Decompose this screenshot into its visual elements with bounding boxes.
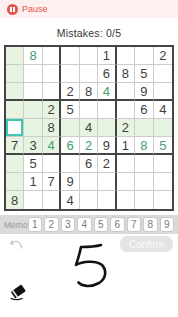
memo-digit-button-6[interactable]: 6 — [110, 217, 125, 232]
memo-digit-button-2[interactable]: 2 — [44, 217, 59, 232]
sudoku-cell-r5c4[interactable] — [61, 119, 79, 137]
sudoku-cell-r4c3[interactable]: 2 — [43, 101, 61, 119]
top-bar: Pause — [0, 0, 178, 18]
sudoku-cell-r3c1[interactable] — [6, 83, 24, 101]
sudoku-cell-r7c5[interactable]: 6 — [80, 155, 98, 173]
sudoku-cell-r9c4[interactable]: 4 — [61, 191, 79, 209]
sudoku-cell-r5c1[interactable] — [6, 119, 24, 137]
mistakes-counter: Mistakes: 0/5 — [0, 27, 178, 39]
sudoku-cell-r5c6[interactable] — [98, 119, 116, 137]
memo-digit-button-8[interactable]: 8 — [143, 217, 158, 232]
sudoku-cell-r3c8[interactable]: 9 — [135, 83, 153, 101]
sudoku-cell-r4c8[interactable]: 6 — [135, 101, 153, 119]
sudoku-cell-r4c5[interactable] — [80, 101, 98, 119]
sudoku-cell-r6c2[interactable]: 3 — [24, 137, 42, 155]
sudoku-cell-r8c6[interactable] — [98, 173, 116, 191]
memo-toggle[interactable]: Memo — [4, 220, 28, 230]
sudoku-cell-r2c6[interactable]: 6 — [98, 65, 116, 83]
sudoku-cell-r8c2[interactable]: 1 — [24, 173, 42, 191]
sudoku-cell-r8c7[interactable] — [117, 173, 135, 191]
pause-button-label[interactable]: Pause — [22, 4, 48, 14]
sudoku-cell-r9c1[interactable]: 8 — [6, 191, 24, 209]
sudoku-cell-r7c1[interactable] — [6, 155, 24, 173]
sudoku-cell-r2c4[interactable] — [61, 65, 79, 83]
sudoku-cell-r2c2[interactable] — [24, 65, 42, 83]
sudoku-cell-r3c6[interactable]: 4 — [98, 83, 116, 101]
sudoku-cell-r7c7[interactable] — [117, 155, 135, 173]
sudoku-cell-r1c4[interactable] — [61, 47, 79, 65]
handwriting-panel[interactable]: Confirm — [0, 234, 178, 310]
sudoku-cell-r8c5[interactable] — [80, 173, 98, 191]
sudoku-cell-r6c7[interactable]: 1 — [117, 137, 135, 155]
sudoku-cell-r4c4[interactable]: 5 — [61, 101, 79, 119]
sudoku-cell-r9c3[interactable] — [43, 191, 61, 209]
sudoku-cell-r3c2[interactable] — [24, 83, 42, 101]
sudoku-cell-r6c9[interactable]: 5 — [154, 137, 172, 155]
sudoku-cell-r2c5[interactable] — [80, 65, 98, 83]
sudoku-cell-r8c1[interactable] — [6, 173, 24, 191]
sudoku-cell-r8c4[interactable]: 9 — [61, 173, 79, 191]
sudoku-cell-r1c2[interactable]: 8 — [24, 47, 42, 65]
sudoku-cell-r5c5[interactable]: 4 — [80, 119, 98, 137]
sudoku-cell-r7c6[interactable]: 2 — [98, 155, 116, 173]
pause-icon[interactable] — [7, 4, 18, 15]
sudoku-cell-r5c3[interactable]: 8 — [43, 119, 61, 137]
sudoku-cell-r8c9[interactable] — [154, 173, 172, 191]
memo-digit-button-4[interactable]: 4 — [77, 217, 92, 232]
sudoku-cell-r7c9[interactable] — [154, 155, 172, 173]
sudoku-cell-r7c2[interactable]: 5 — [24, 155, 42, 173]
sudoku-cell-r9c9[interactable] — [154, 191, 172, 209]
memo-digit-button-7[interactable]: 7 — [127, 217, 142, 232]
sudoku-cell-r5c9[interactable] — [154, 119, 172, 137]
sudoku-cell-r2c8[interactable]: 5 — [135, 65, 153, 83]
memo-bar: Memo 123456789 — [0, 215, 178, 234]
sudoku-cell-r6c8[interactable]: 8 — [135, 137, 153, 155]
sudoku-cell-r8c3[interactable]: 7 — [43, 173, 61, 191]
sudoku-cell-r8c8[interactable] — [135, 173, 153, 191]
sudoku-cell-r4c2[interactable] — [24, 101, 42, 119]
sudoku-cell-r2c1[interactable] — [6, 65, 24, 83]
sudoku-cell-r1c5[interactable] — [80, 47, 98, 65]
sudoku-cell-r2c9[interactable] — [154, 65, 172, 83]
drawn-digit-5 — [58, 238, 128, 293]
sudoku-cell-r1c3[interactable] — [43, 47, 61, 65]
sudoku-cell-r3c3[interactable] — [43, 83, 61, 101]
sudoku-cell-r6c4[interactable]: 6 — [61, 137, 79, 155]
sudoku-cell-r2c7[interactable]: 8 — [117, 65, 135, 83]
sudoku-cell-r9c6[interactable] — [98, 191, 116, 209]
digit-button-group: 123456789 — [28, 217, 175, 232]
sudoku-cell-r9c2[interactable] — [24, 191, 42, 209]
sudoku-cell-r5c2[interactable] — [24, 119, 42, 137]
memo-digit-button-9[interactable]: 9 — [160, 217, 175, 232]
undo-icon[interactable] — [8, 239, 24, 253]
sudoku-cell-r3c5[interactable]: 8 — [80, 83, 98, 101]
sudoku-cell-r6c1[interactable]: 7 — [6, 137, 24, 155]
sudoku-cell-r9c5[interactable] — [80, 191, 98, 209]
sudoku-cell-r6c5[interactable]: 2 — [80, 137, 98, 155]
sudoku-cell-r4c7[interactable] — [117, 101, 135, 119]
eraser-icon[interactable] — [9, 283, 27, 301]
sudoku-cell-r7c3[interactable] — [43, 155, 61, 173]
sudoku-cell-r7c4[interactable] — [61, 155, 79, 173]
sudoku-cell-r4c1[interactable] — [6, 101, 24, 119]
sudoku-cell-r7c8[interactable] — [135, 155, 153, 173]
sudoku-cell-r1c7[interactable] — [117, 47, 135, 65]
sudoku-cell-r1c8[interactable] — [135, 47, 153, 65]
memo-digit-button-3[interactable]: 3 — [61, 217, 76, 232]
memo-digit-button-1[interactable]: 1 — [28, 217, 43, 232]
sudoku-cell-r4c9[interactable]: 4 — [154, 101, 172, 119]
sudoku-cell-r3c7[interactable] — [117, 83, 135, 101]
sudoku-cell-r2c3[interactable] — [43, 65, 61, 83]
sudoku-cell-r1c1[interactable] — [6, 47, 24, 65]
sudoku-cell-r3c4[interactable]: 2 — [61, 83, 79, 101]
memo-digit-button-5[interactable]: 5 — [94, 217, 109, 232]
sudoku-cell-r1c9[interactable]: 2 — [154, 47, 172, 65]
sudoku-board: 8126852849256484273462918556217984 — [4, 45, 174, 211]
sudoku-cell-r5c8[interactable] — [135, 119, 153, 137]
sudoku-cell-r3c9[interactable] — [154, 83, 172, 101]
sudoku-cell-r9c8[interactable] — [135, 191, 153, 209]
sudoku-cell-r5c7[interactable]: 2 — [117, 119, 135, 137]
sudoku-cell-r1c6[interactable]: 1 — [98, 47, 116, 65]
sudoku-cell-r6c6[interactable]: 9 — [98, 137, 116, 155]
sudoku-cell-r6c3[interactable]: 4 — [43, 137, 61, 155]
sudoku-cell-r9c7[interactable] — [117, 191, 135, 209]
sudoku-cell-r4c6[interactable] — [98, 101, 116, 119]
